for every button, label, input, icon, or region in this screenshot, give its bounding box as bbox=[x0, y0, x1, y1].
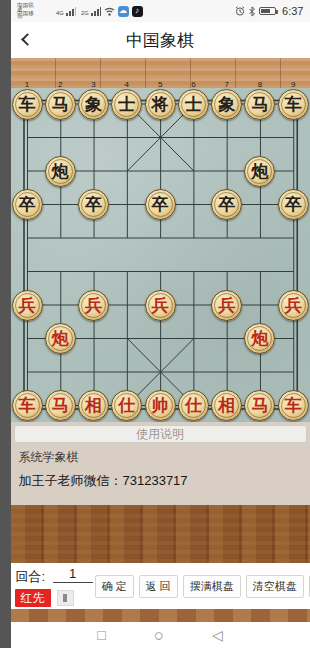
round-label: 回合: bbox=[16, 568, 46, 586]
top-column-label: 5 bbox=[158, 81, 162, 89]
controls-panel: 回合: 确 定返 回摆满棋盘清空棋盘翻转棋盘 红先 bbox=[11, 563, 310, 609]
alarm-icon bbox=[235, 6, 245, 16]
music-app-icon: ♪ bbox=[132, 6, 143, 17]
battery-icon bbox=[259, 7, 276, 15]
top-column-label: 3 bbox=[91, 81, 95, 89]
piece-black[interactable]: 马 bbox=[244, 89, 275, 120]
top-column-label: 9 bbox=[291, 81, 295, 89]
piece-red[interactable]: 车 bbox=[12, 390, 43, 421]
status-time: 6:37 bbox=[282, 5, 303, 17]
piece-red[interactable]: 兵 bbox=[12, 290, 43, 321]
carrier-2: 中国移动 bbox=[17, 11, 38, 18]
dropdown-glyph bbox=[63, 594, 67, 602]
piece-red[interactable]: 马 bbox=[45, 390, 76, 421]
recents-icon[interactable]: □ bbox=[97, 628, 105, 642]
piece-red[interactable]: 炮 bbox=[45, 323, 76, 354]
piece-red[interactable]: 相 bbox=[211, 390, 242, 421]
piece-black[interactable]: 象 bbox=[78, 89, 109, 120]
network-type-2: 2G bbox=[81, 10, 89, 17]
bluetooth-icon bbox=[248, 6, 256, 17]
red-first-button[interactable]: 红先 bbox=[15, 589, 51, 607]
wood-divider-strip bbox=[11, 609, 310, 622]
nav-back-icon[interactable]: ◁ bbox=[212, 628, 223, 642]
promo-line-2: 加王子老师微信：731233717 bbox=[19, 472, 310, 490]
board-grid bbox=[11, 88, 310, 422]
piece-black[interactable]: 卒 bbox=[278, 189, 309, 220]
usage-instructions-button[interactable]: 使用说明 bbox=[14, 425, 307, 443]
piece-black[interactable]: 将 bbox=[145, 89, 176, 120]
wood-background-bottom bbox=[11, 505, 310, 563]
piece-red[interactable]: 仕 bbox=[178, 390, 209, 421]
piece-red[interactable]: 车 bbox=[278, 390, 309, 421]
piece-red[interactable]: 兵 bbox=[211, 290, 242, 321]
action-button[interactable]: 翻转棋盘 bbox=[309, 575, 310, 598]
cloud-app-icon: ☁ bbox=[118, 6, 129, 17]
action-buttons: 确 定返 回摆满棋盘清空棋盘翻转棋盘 bbox=[95, 575, 310, 598]
round-input[interactable] bbox=[53, 565, 93, 583]
piece-black[interactable]: 卒 bbox=[78, 189, 109, 220]
top-column-label: 4 bbox=[125, 81, 129, 89]
network-type-1: 4G bbox=[56, 10, 64, 17]
page-title: 中国象棋 bbox=[11, 29, 310, 52]
home-icon[interactable]: ○ bbox=[154, 627, 164, 644]
piece-red[interactable]: 兵 bbox=[145, 290, 176, 321]
app-header: 中国象棋 bbox=[11, 22, 310, 58]
piece-red[interactable]: 相 bbox=[78, 390, 109, 421]
piece-black[interactable]: 车 bbox=[12, 89, 43, 120]
promo-line-1: 系统学象棋 bbox=[19, 449, 310, 466]
xiangqi-board[interactable]: 123456789九八七六五四三二一车马象士将士象马车炮炮卒卒卒卒卒兵兵兵兵兵炮… bbox=[11, 88, 310, 422]
top-column-label: 6 bbox=[191, 81, 195, 89]
piece-black[interactable]: 车 bbox=[278, 89, 309, 120]
piece-red[interactable]: 兵 bbox=[78, 290, 109, 321]
piece-black[interactable]: 卒 bbox=[12, 189, 43, 220]
piece-red[interactable]: 兵 bbox=[278, 290, 309, 321]
top-column-label: 2 bbox=[58, 81, 62, 89]
piece-black[interactable]: 炮 bbox=[45, 156, 76, 187]
signal-icon bbox=[66, 6, 76, 16]
top-column-label: 8 bbox=[258, 81, 262, 89]
piece-black[interactable]: 卒 bbox=[211, 189, 242, 220]
signal-icon bbox=[91, 6, 101, 16]
piece-red[interactable]: 帅 bbox=[145, 390, 176, 421]
piece-black[interactable]: 士 bbox=[111, 89, 142, 120]
action-button[interactable]: 清空棋盘 bbox=[246, 575, 304, 598]
action-button[interactable]: 摆满棋盘 bbox=[183, 575, 241, 598]
piece-black[interactable]: 炮 bbox=[244, 156, 275, 187]
action-button[interactable]: 返 回 bbox=[139, 575, 178, 598]
promo-panel: 使用说明 系统学象棋 加王子老师微信：731233717 bbox=[11, 422, 310, 505]
android-nav-bar: □ ○ ◁ bbox=[11, 622, 310, 648]
piece-black[interactable]: 卒 bbox=[145, 189, 176, 220]
side-select-dropdown[interactable] bbox=[57, 590, 74, 606]
piece-black[interactable]: 马 bbox=[45, 89, 76, 120]
phone-screen: 中国联通 中国移动 4G 2G ☁ ♪ 6:3 bbox=[11, 0, 310, 648]
piece-black[interactable]: 象 bbox=[211, 89, 242, 120]
piece-black[interactable]: 士 bbox=[178, 89, 209, 120]
action-button[interactable]: 确 定 bbox=[95, 575, 134, 598]
top-column-label: 7 bbox=[224, 81, 228, 89]
wifi-icon bbox=[104, 7, 115, 16]
top-column-label: 1 bbox=[25, 81, 29, 89]
status-bar: 中国联通 中国移动 4G 2G ☁ ♪ 6:3 bbox=[11, 0, 310, 22]
carrier-names: 中国联通 中国移动 bbox=[17, 4, 38, 19]
